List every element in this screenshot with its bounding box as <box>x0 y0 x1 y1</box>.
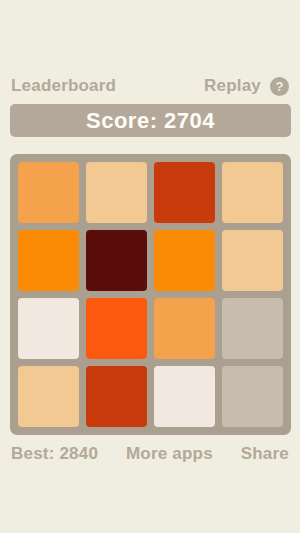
tile-2 <box>18 298 79 359</box>
tile-2 <box>154 366 215 427</box>
share-button[interactable]: Share <box>241 444 289 464</box>
tile-16 <box>18 230 79 291</box>
help-icon[interactable]: ? <box>270 77 289 96</box>
more-apps-button[interactable]: More apps <box>126 444 213 464</box>
score-bar: Score: 2704 <box>10 104 291 137</box>
tile-4 <box>222 162 283 223</box>
top-bar: Leaderboard Replay ? <box>0 74 300 98</box>
tile-64 <box>86 366 147 427</box>
tile-16 <box>154 230 215 291</box>
tile-32 <box>86 298 147 359</box>
empty-cell <box>222 366 283 427</box>
tile-8 <box>18 162 79 223</box>
bottom-bar: Best: 2840 More apps Share <box>0 443 300 465</box>
replay-button[interactable]: Replay <box>204 76 261 96</box>
tile-4 <box>86 162 147 223</box>
tile-256 <box>86 230 147 291</box>
best-score-label: Best: 2840 <box>11 444 98 464</box>
tile-64 <box>154 162 215 223</box>
tile-4 <box>222 230 283 291</box>
board[interactable] <box>10 154 291 435</box>
tile-4 <box>18 366 79 427</box>
leaderboard-button[interactable]: Leaderboard <box>11 76 116 96</box>
score-text: Score: 2704 <box>86 108 215 134</box>
tile-8 <box>154 298 215 359</box>
empty-cell <box>222 298 283 359</box>
